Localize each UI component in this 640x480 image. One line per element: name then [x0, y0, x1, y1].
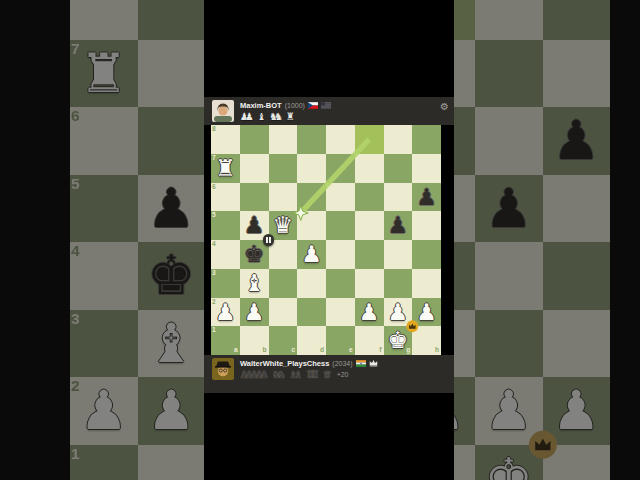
square-g3[interactable]: [384, 269, 413, 298]
captured-group-bishop: ♝♝: [289, 369, 303, 380]
white-pawn-a2[interactable]: ♟: [211, 298, 240, 327]
captured-pieces-bottom: ♟♟♟♟♟♞♞♝♝♜♜♛ +20: [240, 369, 378, 380]
square-a6[interactable]: 6: [211, 183, 240, 212]
square-h4: [543, 242, 611, 310]
file-label-c: c: [292, 347, 296, 354]
square-h5[interactable]: [412, 211, 441, 240]
square-b1[interactable]: b: [240, 326, 269, 355]
square-d6[interactable]: [297, 183, 326, 212]
square-a3: 3: [70, 310, 138, 378]
square-h5: [543, 175, 611, 243]
square-h3[interactable]: [412, 269, 441, 298]
captured-group-knight: ♞♞: [272, 369, 286, 380]
white-pawn-d4[interactable]: ♟: [297, 240, 326, 269]
black-pawn-g5: ♟: [475, 175, 543, 243]
square-d5[interactable]: [297, 211, 326, 240]
square-g7[interactable]: [384, 154, 413, 183]
white-bishop-b3[interactable]: ♝: [240, 269, 269, 298]
square-a1[interactable]: 1a: [211, 326, 240, 355]
square-e5[interactable]: [326, 211, 355, 240]
player-name-bottom[interactable]: WalterWhite_PlaysChess: [240, 359, 329, 368]
player-info-top: Maxim-BOT (1000) ♟♟♝♞♞♜: [240, 100, 331, 122]
square-g4: [475, 242, 543, 310]
winner-crown-badge: [528, 430, 558, 460]
captured-knight-icon: ♞: [274, 111, 283, 122]
square-b7[interactable]: [240, 154, 269, 183]
square-f1[interactable]: f: [355, 326, 384, 355]
square-c2[interactable]: [269, 298, 298, 327]
square-e3[interactable]: [326, 269, 355, 298]
square-e7[interactable]: [326, 154, 355, 183]
square-c7[interactable]: [269, 154, 298, 183]
square-e2[interactable]: [326, 298, 355, 327]
square-a3[interactable]: 3: [211, 269, 240, 298]
square-d2[interactable]: [297, 298, 326, 327]
rank-label-1: 1: [71, 446, 80, 462]
rank-label-3: 3: [71, 311, 80, 327]
pause-badge-icon: [263, 234, 275, 246]
square-c3[interactable]: [269, 269, 298, 298]
rank-label-5: 5: [71, 176, 80, 192]
square-e4[interactable]: [326, 240, 355, 269]
winner-crown-badge: [406, 320, 419, 333]
square-f6[interactable]: [355, 183, 384, 212]
white-pawn-a2: ♟: [70, 377, 138, 445]
square-f8[interactable]: [355, 125, 384, 154]
player-avatar-bottom[interactable]: [212, 358, 234, 380]
player-header-top: Maxim-BOT (1000) ♟♟♝♞♞♜ ⚙: [204, 97, 454, 125]
square-c4[interactable]: [269, 240, 298, 269]
square-c8[interactable]: [269, 125, 298, 154]
rank-label-5: 5: [212, 212, 216, 219]
material-advantage: +20: [337, 371, 349, 378]
captured-queen-icon: ♛: [323, 369, 332, 380]
square-a5: 5: [70, 175, 138, 243]
square-d3[interactable]: [297, 269, 326, 298]
settings-gear-icon[interactable]: ⚙: [440, 102, 449, 112]
game-panel: Maxim-BOT (1000) ♟♟♝♞♞♜ ⚙ 87654321abcdef…: [204, 0, 454, 480]
square-b8[interactable]: [240, 125, 269, 154]
square-a8: 8: [70, 0, 138, 40]
square-g8: [475, 0, 543, 40]
square-b7: [138, 40, 206, 108]
black-pawn-g5[interactable]: ♟: [384, 211, 413, 240]
black-king-b4: ♚: [138, 242, 206, 310]
captured-rook-icon: ♜: [286, 111, 295, 122]
square-h3: [543, 310, 611, 378]
file-label-a: a: [234, 347, 238, 354]
square-g3: [475, 310, 543, 378]
square-g7: [475, 40, 543, 108]
square-a8[interactable]: 8: [211, 125, 240, 154]
square-d8[interactable]: [297, 125, 326, 154]
square-b8: [138, 0, 206, 40]
rank-label-8: 8: [212, 126, 216, 133]
captured-group-rook: ♜: [286, 111, 295, 122]
rank-label-4: 4: [71, 243, 80, 259]
square-b6: [138, 107, 206, 175]
square-a1: 1: [70, 445, 138, 480]
square-g4[interactable]: [384, 240, 413, 269]
rank-label-1: 1: [212, 327, 216, 334]
file-label-f: f: [379, 347, 381, 354]
black-pawn-h6: ♟: [543, 107, 611, 175]
crown-icon: [369, 359, 378, 367]
winner-crown-icon: [528, 430, 558, 460]
file-label-h: h: [435, 347, 439, 354]
captured-group-bishop: ♝: [257, 111, 266, 122]
square-a4: 4: [70, 242, 138, 310]
white-pawn-b2[interactable]: ♟: [240, 298, 269, 327]
player-avatar-top[interactable]: [212, 100, 234, 122]
square-h8[interactable]: [412, 125, 441, 154]
white-rook-a7: ♜: [70, 40, 138, 108]
rank-label-6: 6: [71, 108, 80, 124]
rank-label-6: 6: [212, 184, 216, 191]
square-d1[interactable]: d: [297, 326, 326, 355]
square-d7[interactable]: [297, 154, 326, 183]
czech-flag-icon: [308, 102, 318, 109]
captured-pieces-groups: ♟♟♟♟♟♞♞♝♝♜♜♛: [240, 369, 332, 380]
captured-bishop-icon: ♝: [294, 369, 303, 380]
square-a5[interactable]: 5: [211, 211, 240, 240]
square-f3[interactable]: [355, 269, 384, 298]
player-rating-top: (1000): [285, 102, 305, 109]
square-f5[interactable]: [355, 211, 384, 240]
bottom-black-bar: [204, 393, 454, 480]
white-bishop-b3: ♝: [138, 310, 206, 378]
player-header-bottom: WalterWhite_PlaysChess (2034) ♟♟♟♟♟♞♞♝♝♜…: [204, 355, 454, 393]
square-b1: [138, 445, 206, 480]
square-g6[interactable]: [384, 183, 413, 212]
captured-group-knight: ♞♞: [269, 111, 283, 122]
captured-group-queen: ♛: [323, 369, 332, 380]
square-b6[interactable]: [240, 183, 269, 212]
captured-pawn-icon: ♟: [260, 369, 269, 380]
square-g8[interactable]: [384, 125, 413, 154]
black-pawn-h6[interactable]: ♟: [412, 183, 441, 212]
square-a6: 6: [70, 107, 138, 175]
square-h4[interactable]: [412, 240, 441, 269]
top-black-bar: [204, 0, 454, 97]
captured-group-pawn: ♟♟♟♟♟: [240, 369, 269, 380]
file-label-d: d: [320, 347, 324, 354]
rank-label-4: 4: [212, 241, 216, 248]
square-h8: [543, 0, 611, 40]
rank-label-3: 3: [212, 270, 216, 277]
bot-avatar-image: [212, 100, 234, 122]
square-f7[interactable]: [355, 154, 384, 183]
square-g6: [475, 107, 543, 175]
user-avatar-image: [212, 358, 234, 380]
player-info-bottom: WalterWhite_PlaysChess (2034) ♟♟♟♟♟♞♞♝♝♜…: [240, 358, 378, 380]
captured-pawn-icon: ♟: [245, 111, 254, 122]
india-flag-icon: [356, 360, 366, 367]
captured-group-rook: ♜♜: [306, 369, 320, 380]
white-pawn-b2: ♟: [138, 377, 206, 445]
square-e6[interactable]: [326, 183, 355, 212]
captured-rook-icon: ♜: [311, 369, 320, 380]
captured-group-pawn: ♟♟: [240, 111, 254, 122]
video-frame: 87654321♜♛♟♝♟♟♟♟♟♚♟♟♟♚ Maxim-BOT (1000): [0, 0, 640, 480]
white-rook-a7[interactable]: ♜: [211, 154, 240, 183]
file-label-e: e: [349, 347, 353, 354]
square-e8[interactable]: [326, 125, 355, 154]
player-rating-bottom: (2034): [332, 360, 352, 367]
chess-board[interactable]: 87654321abcdefgh♜♛♟♝♟♟♟♟♟♚♟♟♟♚: [211, 125, 441, 355]
file-label-b: b: [262, 347, 266, 354]
board-area: 87654321abcdefgh♜♛♟♝♟♟♟♟♟♚♟♟♟♚: [211, 125, 454, 355]
square-c1[interactable]: c: [269, 326, 298, 355]
captured-bishop-icon: ♝: [257, 111, 266, 122]
captured-knight-icon: ♞: [277, 369, 286, 380]
captured-pieces-top: ♟♟♝♞♞♜: [240, 111, 331, 122]
square-h7: [543, 40, 611, 108]
winner-crown-icon: [406, 320, 419, 333]
square-h7[interactable]: [412, 154, 441, 183]
player-name-top[interactable]: Maxim-BOT: [240, 101, 282, 110]
square-c6[interactable]: [269, 183, 298, 212]
black-pawn-b5: ♟: [138, 175, 206, 243]
white-pawn-f2[interactable]: ♟: [355, 298, 384, 327]
square-e1[interactable]: e: [326, 326, 355, 355]
secondary-flag-icon: [321, 102, 331, 109]
square-f4[interactable]: [355, 240, 384, 269]
square-a4[interactable]: 4: [211, 240, 240, 269]
